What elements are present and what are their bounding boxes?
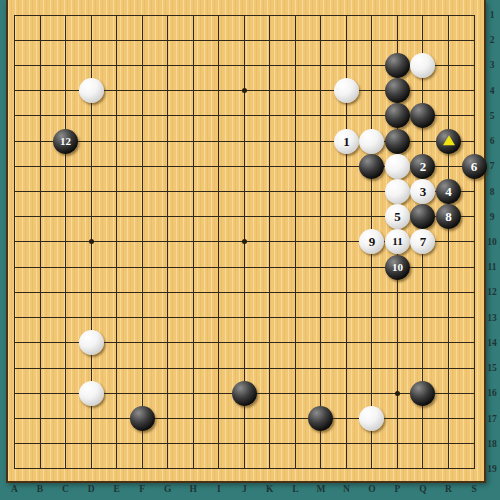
go-diagram: 121263458911710ABCDEFGHIJKLMNOPQRS123456… — [0, 0, 500, 500]
stone-white-O6 — [359, 129, 384, 154]
stone-move-number: 9 — [359, 229, 384, 254]
column-label-F: F — [139, 484, 145, 494]
row-label-11: 11 — [488, 262, 497, 272]
row-label-17: 17 — [487, 414, 497, 424]
stone-black-P11: 10 — [385, 255, 410, 280]
column-label-H: H — [190, 484, 197, 494]
column-label-C: C — [62, 484, 69, 494]
stone-black-P4 — [385, 78, 410, 103]
stone-black-R9: 8 — [436, 204, 461, 229]
stone-white-P10: 11 — [385, 229, 410, 254]
column-label-N: N — [343, 484, 350, 494]
column-label-K: K — [266, 484, 273, 494]
row-label-6: 6 — [490, 136, 495, 146]
grid-line — [14, 418, 475, 419]
stone-black-R8: 4 — [436, 179, 461, 204]
stone-white-Q10: 7 — [410, 229, 435, 254]
stone-white-Q8: 3 — [410, 179, 435, 204]
row-label-13: 13 — [487, 313, 497, 323]
row-label-19: 19 — [487, 464, 497, 474]
column-label-B: B — [37, 484, 43, 494]
grid-line — [474, 15, 475, 470]
stone-white-O10: 9 — [359, 229, 384, 254]
triangle-marker-icon — [443, 135, 455, 145]
grid-line — [14, 317, 475, 318]
row-label-9: 9 — [490, 212, 495, 222]
stone-white-D14 — [79, 330, 104, 355]
grid-line — [320, 15, 321, 470]
stone-move-number: 4 — [436, 179, 461, 204]
stone-move-number: 5 — [385, 204, 410, 229]
stone-move-number: 11 — [385, 229, 410, 254]
row-label-14: 14 — [487, 338, 497, 348]
column-label-J: J — [242, 484, 247, 494]
grid-line — [14, 443, 475, 444]
stone-black-P3 — [385, 53, 410, 78]
row-label-5: 5 — [490, 111, 495, 121]
stone-move-number: 8 — [436, 204, 461, 229]
row-label-2: 2 — [490, 35, 495, 45]
stone-black-R6 — [436, 129, 461, 154]
column-label-L: L — [292, 484, 298, 494]
row-label-15: 15 — [487, 363, 497, 373]
row-label-10: 10 — [487, 237, 497, 247]
stone-white-D4 — [79, 78, 104, 103]
stone-black-S7: 6 — [462, 154, 487, 179]
column-label-M: M — [316, 484, 325, 494]
row-label-7: 7 — [490, 161, 495, 171]
grid-line — [295, 15, 296, 470]
column-label-O: O — [368, 484, 375, 494]
grid-line — [14, 292, 475, 293]
grid-line — [269, 15, 270, 470]
column-label-S: S — [471, 484, 476, 494]
column-label-R: R — [445, 484, 452, 494]
row-label-18: 18 — [487, 439, 497, 449]
row-label-16: 16 — [487, 388, 497, 398]
column-label-A: A — [11, 484, 18, 494]
grid-line — [14, 468, 475, 469]
column-label-P: P — [395, 484, 401, 494]
column-label-G: G — [164, 484, 171, 494]
column-label-Q: Q — [419, 484, 426, 494]
stone-move-number: 6 — [462, 154, 487, 179]
stone-white-D16 — [79, 381, 104, 406]
stone-white-N6: 1 — [334, 129, 359, 154]
stone-white-P8 — [385, 179, 410, 204]
stone-black-Q7: 2 — [410, 154, 435, 179]
stone-move-number: 3 — [410, 179, 435, 204]
stone-black-P6 — [385, 129, 410, 154]
stone-move-number: 1 — [334, 129, 359, 154]
column-label-I: I — [217, 484, 221, 494]
stone-white-P7 — [385, 154, 410, 179]
stone-move-number: 7 — [410, 229, 435, 254]
row-label-12: 12 — [487, 287, 497, 297]
column-label-E: E — [113, 484, 119, 494]
stone-white-N4 — [334, 78, 359, 103]
stone-black-C6: 12 — [53, 129, 78, 154]
row-label-1: 1 — [490, 10, 495, 20]
grid-line — [448, 15, 449, 470]
stone-move-number: 12 — [53, 129, 78, 154]
column-label-D: D — [88, 484, 95, 494]
stone-move-number: 2 — [410, 154, 435, 179]
stone-black-J16 — [232, 381, 257, 406]
row-label-8: 8 — [490, 187, 495, 197]
stone-move-number: 10 — [385, 255, 410, 280]
grid-line — [14, 368, 475, 369]
stone-white-P9: 5 — [385, 204, 410, 229]
row-label-3: 3 — [490, 60, 495, 70]
star-point — [395, 391, 400, 396]
stone-black-F17 — [130, 406, 155, 431]
row-label-4: 4 — [490, 86, 495, 96]
star-point — [242, 88, 247, 93]
